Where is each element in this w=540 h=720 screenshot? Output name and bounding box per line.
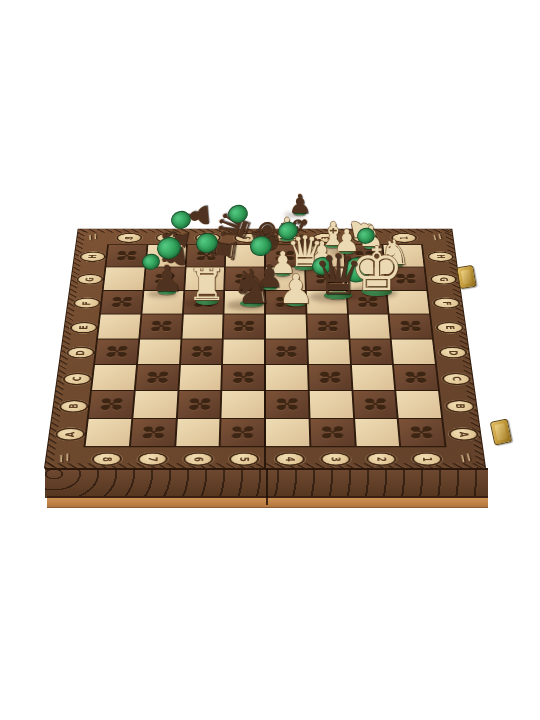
quatrefoil-motif: ✤ [101,291,142,312]
board-cell: ✤ [390,315,432,339]
quatrefoil-motif: ✤ [266,392,308,417]
board-cell [223,339,264,364]
board-cell [226,245,264,266]
board-cell: ✤ [347,291,388,314]
board-cell [185,268,224,290]
board-cell [104,268,145,290]
file-label-front-text: 1 [421,457,433,462]
file-label-back-text: 2 [360,236,371,240]
quatrefoil-motif: ✤ [386,268,426,289]
quatrefoil-motif: ✤ [225,268,264,289]
rank-label-left-text: E [78,325,89,329]
quatrefoil-motif: ✤ [266,246,304,266]
board-cell: ✤ [183,291,223,314]
quatrefoil-motif: ✤ [353,392,397,417]
rank-label-right: B [445,400,475,412]
board-cell [98,315,140,339]
rank-label-right-text: D [447,350,459,355]
rank-label-left-text: A [64,432,76,437]
board-cell [222,391,264,417]
rank-label-left: H [79,252,106,262]
board-cell [388,291,429,314]
file-label-back-text: 7 [163,236,173,240]
board-cell: ✤ [350,339,392,364]
board-cell: ✤ [310,419,354,446]
rank-label-left-text: B [68,404,80,409]
board-cell: ✤ [186,245,225,266]
board-cell: ✤ [177,391,220,417]
board-fold-seam [264,229,266,468]
chess-set-photo: //////// HGFEDCBAHGFEDCBA876543218765432… [0,0,540,720]
corner-mark: // [76,229,109,244]
felt-base [226,203,250,225]
board-cell: ✤ [386,268,427,290]
board-cell [266,315,306,339]
board-cell [176,419,220,446]
board-cell: ✤ [309,365,351,390]
board-cell [138,339,180,364]
file-label-front: 2 [366,452,397,465]
board-cell: ✤ [266,339,307,364]
quatrefoil-motif: ✤ [309,366,351,390]
quatrefoil-motif: ✤ [222,366,264,390]
quatrefoil-motif: ✤ [350,340,392,363]
quatrefoil-motif: ✤ [344,246,383,266]
rank-label-left-text: D [75,350,87,355]
rank-label-right: C [442,373,472,385]
board-cell: ✤ [399,419,445,446]
board-cell: ✤ [181,339,223,364]
rank-label-left-text: F [81,301,92,305]
rank-label-left-text: G [84,277,95,281]
board-cell: ✤ [394,365,438,390]
rank-label-right: F [433,298,461,309]
rank-label-right-text: B [454,404,466,409]
board-cell: ✤ [307,315,348,339]
file-label-front-text: 8 [101,457,113,462]
file-label-back: 6 [195,233,221,243]
quatrefoil-motif: ✤ [266,291,305,312]
file-label-front: 3 [320,452,350,465]
file-label-back: 1 [391,233,418,243]
quatrefoil-motif: ✤ [140,315,182,337]
quatrefoil-motif: ✤ [347,291,388,312]
board-cell [384,245,424,266]
board-cell: ✤ [95,339,138,364]
file-label-back: 3 [313,233,339,243]
quatrefoil-motif: ✤ [131,420,176,446]
rank-label-right-text: F [441,301,452,305]
file-label-back-text: 6 [203,236,213,240]
board-cell [306,291,346,314]
chess-board: //////// HGFEDCBAHGFEDCBA876543218765432… [45,229,485,468]
board-cell: ✤ [101,291,142,314]
box-fold-seam [266,468,268,505]
felt-base [169,209,193,231]
rank-label-left: C [62,373,92,385]
felt-base-rim [294,211,307,215]
board-cell: ✤ [222,365,264,390]
board-cell: ✤ [221,419,264,446]
file-label-front-text: 2 [375,457,387,462]
file-label-back: 4 [274,233,300,243]
file-label-back: 5 [234,233,260,243]
piece-shadow [284,212,306,217]
rank-label-right-text: C [451,377,463,382]
file-label-front-text: 3 [330,457,342,462]
file-label-front-text: 6 [192,457,204,462]
board-cell: ✤ [353,391,397,417]
rank-label-left: F [73,298,101,309]
rank-label-right-text: H [435,254,446,258]
board-cell: ✤ [266,245,304,266]
quatrefoil-motif: ✤ [310,420,354,446]
board-cell [308,339,350,364]
rank-label-right: E [436,322,465,333]
quatrefoil-motif: ✤ [307,315,348,337]
rank-label-right: A [448,428,479,441]
quatrefoil-motif: ✤ [89,392,133,417]
rank-label-right-text: A [457,432,469,437]
board-cell [266,268,305,290]
board-cell [355,419,400,446]
board-cell: ✤ [344,245,383,266]
quatrefoil-motif: ✤ [186,246,225,266]
board-cell [396,391,441,417]
chess-piece-dark-pawn: ♟ [182,201,214,230]
quatrefoil-motif: ✤ [390,315,432,337]
file-label-front-text: 4 [284,457,296,462]
board-cell [309,391,352,417]
board-cell [86,419,132,446]
brass-clasp [490,418,513,445]
board-cell: ✤ [89,391,134,417]
rank-label-right-text: G [438,277,449,281]
quatrefoil-motif: ✤ [144,268,184,289]
quatrefoil-motif: ✤ [221,420,264,446]
file-label-front: 1 [412,452,443,465]
brass-clasp [456,265,477,290]
quatrefoil-motif: ✤ [106,246,146,266]
file-label-back-text: 4 [281,236,291,240]
board-cell [146,245,185,266]
file-label-front-text: 7 [146,457,158,462]
rank-label-left: D [66,347,95,358]
board-cell: ✤ [224,315,264,339]
board-cell [305,245,344,266]
file-label-back-text: 3 [320,236,330,240]
board-cell [225,291,264,314]
board-cell [92,365,136,390]
board-cell: ✤ [135,365,178,390]
rank-label-left-text: C [71,377,83,382]
file-label-back: 7 [155,233,181,243]
corner-mark: // [45,447,83,468]
board-cell [392,339,435,364]
chess-piece-dark-pawn: ♟ [288,191,311,217]
file-label-back: 2 [352,233,378,243]
rank-label-left: B [59,400,89,412]
board-cell: ✤ [225,268,264,290]
board-cell: ✤ [144,268,184,290]
board-cell [179,365,221,390]
file-label-front: 4 [275,452,305,465]
corner-mark: // [447,447,485,468]
board-cell [346,268,386,290]
board-cell: ✤ [131,419,176,446]
quatrefoil-motif: ✤ [181,340,223,363]
board-cell: ✤ [266,291,305,314]
board-cell [266,365,308,390]
quatrefoil-motif: ✤ [306,268,345,289]
quatrefoil-motif: ✤ [266,340,307,363]
board-cell: ✤ [266,391,308,417]
file-label-back: 8 [116,233,143,243]
quatrefoil-motif: ✤ [183,291,223,312]
rank-label-right-text: E [444,325,455,329]
rank-label-left: E [69,322,98,333]
file-label-back-text: 1 [399,236,410,240]
board-cell: ✤ [140,315,182,339]
quatrefoil-motif: ✤ [394,366,437,390]
quatrefoil-motif: ✤ [177,392,220,417]
rank-label-left: A [55,428,86,441]
rank-label-left-text: H [87,254,98,258]
quatrefoil-motif: ✤ [95,340,138,363]
quatrefoil-motif: ✤ [135,366,178,390]
corner-mark: // [421,229,454,244]
file-label-front: 5 [229,452,259,465]
board-cell: ✤ [106,245,146,266]
board-cell [266,419,309,446]
board-cell [133,391,177,417]
file-label-back-text: 5 [242,236,252,240]
board-cell [351,365,394,390]
board-cell [348,315,390,339]
board-cell: ✤ [306,268,345,290]
board-cell [142,291,183,314]
board-cell [182,315,223,339]
file-label-back-text: 8 [124,236,135,240]
quatrefoil-motif: ✤ [224,315,264,337]
quatrefoil-motif: ✤ [399,420,444,446]
file-label-front-text: 5 [238,457,250,462]
rank-label-right: H [427,252,454,262]
rank-label-left: G [76,274,104,284]
